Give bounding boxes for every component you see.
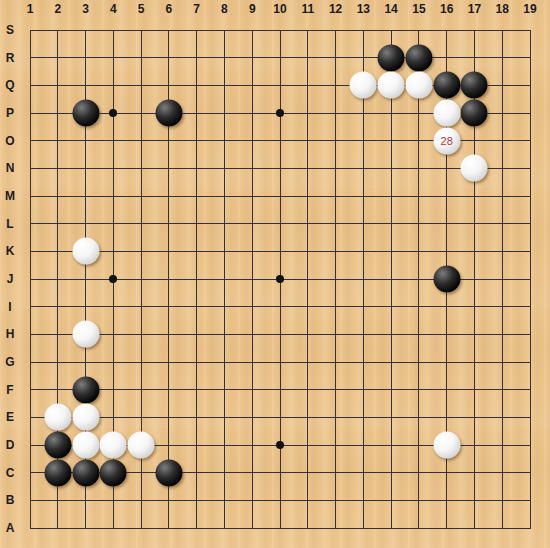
grid-line-vertical — [307, 30, 308, 529]
star-point — [109, 275, 117, 283]
grid-line-vertical — [196, 30, 197, 529]
stone-black-17Q[interactable] — [461, 72, 488, 99]
column-label-10: 10 — [273, 2, 286, 16]
row-label-J: J — [7, 272, 14, 286]
star-point — [276, 275, 284, 283]
grid-line-horizontal — [30, 196, 531, 197]
stone-black-3P[interactable] — [72, 100, 99, 127]
column-label-9: 9 — [249, 2, 256, 16]
column-label-4: 4 — [110, 2, 117, 16]
stone-black-16J[interactable] — [433, 266, 460, 293]
stone-black-14R[interactable] — [378, 44, 405, 71]
grid-line-vertical — [30, 30, 31, 529]
grid-line-horizontal — [30, 168, 531, 169]
stone-white-3E[interactable] — [72, 404, 99, 431]
grid-line-horizontal — [30, 500, 531, 501]
row-label-P: P — [6, 106, 14, 120]
row-label-B: B — [6, 493, 15, 507]
move-number-label: 28 — [441, 135, 453, 146]
stone-black-2C[interactable] — [44, 459, 71, 486]
grid-line-vertical — [530, 30, 531, 529]
grid-line-vertical — [224, 30, 225, 529]
row-label-K: K — [6, 244, 15, 258]
stone-white-3D[interactable] — [72, 432, 99, 459]
column-label-7: 7 — [193, 2, 200, 16]
row-label-Q: Q — [5, 78, 14, 92]
stone-black-16Q[interactable] — [433, 72, 460, 99]
row-label-A: A — [6, 521, 15, 535]
column-label-16: 16 — [440, 2, 453, 16]
stone-black-17P[interactable] — [461, 100, 488, 127]
grid-line-vertical — [363, 30, 364, 529]
row-label-G: G — [5, 355, 14, 369]
column-label-18: 18 — [496, 2, 509, 16]
row-label-M: M — [5, 189, 15, 203]
stone-black-6P[interactable] — [155, 100, 182, 127]
stone-black-3F[interactable] — [72, 376, 99, 403]
grid-line-vertical — [252, 30, 253, 529]
stone-black-15R[interactable] — [405, 44, 432, 71]
stone-white-14Q[interactable] — [378, 72, 405, 99]
star-point — [109, 109, 117, 117]
column-label-19: 19 — [523, 2, 536, 16]
row-label-R: R — [6, 51, 15, 65]
stone-white-16D[interactable] — [433, 432, 460, 459]
stone-white-3H[interactable] — [72, 321, 99, 348]
column-label-13: 13 — [357, 2, 370, 16]
stone-black-4C[interactable] — [100, 459, 127, 486]
row-label-L: L — [6, 217, 13, 231]
grid-line-horizontal — [30, 30, 531, 31]
stone-white-3K[interactable] — [72, 238, 99, 265]
column-label-6: 6 — [166, 2, 173, 16]
grid-line-horizontal — [30, 417, 531, 418]
column-label-2: 2 — [54, 2, 61, 16]
grid-line-vertical — [391, 30, 392, 529]
column-label-8: 8 — [221, 2, 228, 16]
column-label-14: 14 — [384, 2, 397, 16]
grid-line-horizontal — [30, 57, 531, 58]
column-label-17: 17 — [468, 2, 481, 16]
stone-white-2E[interactable] — [44, 404, 71, 431]
column-label-5: 5 — [138, 2, 145, 16]
star-point — [276, 441, 284, 449]
grid-line-horizontal — [30, 334, 531, 335]
row-label-F: F — [6, 383, 13, 397]
row-label-S: S — [6, 23, 14, 37]
grid-line-horizontal — [30, 389, 531, 390]
stone-white-17N[interactable] — [461, 155, 488, 182]
stone-white-4D[interactable] — [100, 432, 127, 459]
grid-line-horizontal — [30, 306, 531, 307]
stone-white-16P[interactable] — [433, 100, 460, 127]
grid-line-horizontal — [30, 251, 531, 252]
stone-black-2D[interactable] — [44, 432, 71, 459]
stone-black-6C[interactable] — [155, 459, 182, 486]
row-label-O: O — [5, 134, 14, 148]
star-point — [276, 109, 284, 117]
row-label-E: E — [6, 410, 14, 424]
row-label-I: I — [8, 300, 11, 314]
go-board[interactable]: 12345678910111213141516171819SRQPONMLKJI… — [0, 0, 550, 548]
stone-white-16O[interactable]: 28 — [433, 127, 460, 154]
stone-white-5D[interactable] — [128, 432, 155, 459]
column-label-12: 12 — [329, 2, 342, 16]
column-label-11: 11 — [301, 2, 314, 16]
stone-black-3C[interactable] — [72, 459, 99, 486]
column-label-15: 15 — [412, 2, 425, 16]
row-label-H: H — [6, 327, 15, 341]
column-label-1: 1 — [27, 2, 34, 16]
grid-line-vertical — [418, 30, 419, 529]
row-label-D: D — [6, 438, 15, 452]
grid-line-vertical — [335, 30, 336, 529]
stone-white-15Q[interactable] — [405, 72, 432, 99]
row-label-C: C — [6, 466, 15, 480]
grid-line-horizontal — [30, 528, 531, 529]
grid-line-horizontal — [30, 362, 531, 363]
grid-line-horizontal — [30, 223, 531, 224]
stone-white-13Q[interactable] — [350, 72, 377, 99]
column-label-3: 3 — [82, 2, 89, 16]
grid-line-vertical — [502, 30, 503, 529]
row-label-N: N — [6, 161, 15, 175]
